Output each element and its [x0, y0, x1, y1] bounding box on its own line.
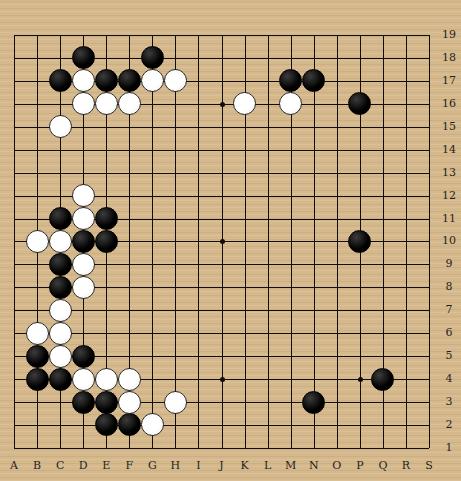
column-label: I [187, 459, 210, 473]
black-stone [72, 46, 95, 69]
white-stone [26, 230, 49, 253]
black-stone [95, 69, 118, 92]
grid-line-horizontal [14, 425, 429, 426]
grid-line-vertical [268, 35, 269, 448]
black-stone [141, 46, 164, 69]
white-stone [72, 69, 95, 92]
row-label: 1 [436, 441, 461, 455]
white-stone [95, 368, 118, 391]
star-point [220, 102, 225, 107]
black-stone [348, 230, 371, 253]
row-label: 19 [436, 28, 461, 42]
white-stone [72, 276, 95, 299]
white-stone [233, 92, 256, 115]
grid-line-vertical [406, 35, 407, 448]
column-label: J [210, 459, 233, 473]
row-label: 11 [436, 212, 461, 226]
white-stone [72, 207, 95, 230]
column-label: H [164, 459, 187, 473]
row-label: 6 [436, 326, 461, 340]
row-label: 9 [436, 257, 461, 271]
row-label: 8 [436, 280, 461, 294]
column-label: N [302, 459, 325, 473]
white-stone [141, 69, 164, 92]
white-stone [118, 391, 141, 414]
white-stone [72, 184, 95, 207]
grid-line-horizontal [14, 333, 429, 334]
white-stone [164, 391, 187, 414]
white-stone [49, 322, 72, 345]
row-label: 5 [436, 349, 461, 363]
row-label: 12 [436, 189, 461, 203]
column-label: C [49, 459, 72, 473]
column-label: P [348, 459, 371, 473]
star-point [220, 239, 225, 244]
black-stone [49, 207, 72, 230]
grid-line-vertical [314, 35, 315, 448]
black-stone [49, 69, 72, 92]
black-stone [26, 368, 49, 391]
row-label: 16 [436, 97, 461, 111]
row-label: 14 [436, 143, 461, 157]
column-label: Q [371, 459, 394, 473]
white-stone [72, 368, 95, 391]
grid-line-vertical [337, 35, 338, 448]
black-stone [118, 413, 141, 436]
column-label: M [279, 459, 302, 473]
white-stone [49, 230, 72, 253]
white-stone [72, 92, 95, 115]
black-stone [279, 69, 302, 92]
grid-line-horizontal [14, 310, 429, 311]
star-point [220, 377, 225, 382]
white-stone [118, 92, 141, 115]
column-label: K [233, 459, 256, 473]
black-stone [95, 391, 118, 414]
row-label: 13 [436, 166, 461, 180]
white-stone [164, 69, 187, 92]
column-label: L [256, 459, 279, 473]
black-stone [302, 391, 325, 414]
row-label: 15 [436, 120, 461, 134]
black-stone [72, 391, 95, 414]
row-label: 10 [436, 234, 461, 248]
black-stone [95, 230, 118, 253]
star-point [358, 377, 363, 382]
black-stone [49, 253, 72, 276]
grid-line-horizontal [14, 448, 429, 449]
black-stone [118, 69, 141, 92]
white-stone [26, 322, 49, 345]
white-stone [49, 345, 72, 368]
column-label: D [72, 459, 95, 473]
row-label: 7 [436, 303, 461, 317]
white-stone [95, 92, 118, 115]
black-stone [95, 207, 118, 230]
row-label: 3 [436, 395, 461, 409]
column-label: B [26, 459, 49, 473]
black-stone [72, 230, 95, 253]
grid-line-vertical [429, 35, 430, 448]
row-label: 2 [436, 418, 461, 432]
black-stone [26, 345, 49, 368]
white-stone [141, 413, 164, 436]
row-label: 17 [436, 74, 461, 88]
column-label: S [418, 459, 441, 473]
black-stone [49, 368, 72, 391]
column-label: O [325, 459, 348, 473]
column-label: F [118, 459, 141, 473]
black-stone [348, 92, 371, 115]
column-label: E [95, 459, 118, 473]
black-stone [302, 69, 325, 92]
black-stone [371, 368, 394, 391]
row-label: 18 [436, 51, 461, 65]
column-label: R [395, 459, 418, 473]
white-stone [49, 115, 72, 138]
go-board[interactable]: ABCDEFGHIJKLMNOPQRS 19181716151413121110… [0, 0, 461, 481]
black-stone [72, 345, 95, 368]
column-label: G [141, 459, 164, 473]
white-stone [118, 368, 141, 391]
black-stone [95, 413, 118, 436]
white-stone [49, 299, 72, 322]
white-stone [279, 92, 302, 115]
column-label: A [3, 459, 26, 473]
white-stone [72, 253, 95, 276]
black-stone [49, 276, 72, 299]
row-label: 4 [436, 372, 461, 386]
